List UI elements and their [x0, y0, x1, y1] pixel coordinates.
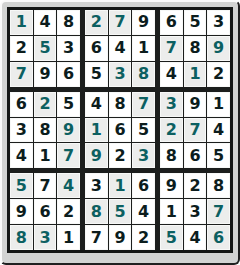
- cell-r3c8[interactable]: 1: [185, 63, 206, 86]
- cell-r3c9[interactable]: 2: [208, 63, 229, 86]
- cell-r5c8[interactable]: 7: [185, 119, 206, 142]
- cell-r3c2[interactable]: 9: [35, 63, 56, 86]
- cell-r2c4[interactable]: 6: [86, 37, 107, 60]
- cell-r6c3[interactable]: 7: [58, 144, 79, 167]
- cell-r6c2[interactable]: 1: [35, 144, 56, 167]
- cell-r5c1[interactable]: 3: [11, 119, 32, 142]
- cell-r3c3[interactable]: 6: [58, 63, 79, 86]
- cell-r8c7[interactable]: 1: [161, 200, 182, 223]
- cell-r9c8[interactable]: 4: [185, 226, 206, 249]
- cell-r8c1[interactable]: 9: [11, 200, 32, 223]
- cell-r2c1[interactable]: 2: [11, 37, 32, 60]
- cell-r7c2[interactable]: 7: [35, 174, 56, 197]
- cell-r1c1[interactable]: 1: [11, 11, 32, 34]
- cell-r3c7[interactable]: 4: [161, 63, 182, 86]
- cell-r2c2[interactable]: 5: [35, 37, 56, 60]
- cell-r6c8[interactable]: 6: [185, 144, 206, 167]
- cell-r4c4[interactable]: 4: [86, 93, 107, 116]
- cell-r4c8[interactable]: 9: [185, 93, 206, 116]
- cell-r8c4[interactable]: 8: [86, 200, 107, 223]
- cell-r1c5[interactable]: 7: [110, 11, 131, 34]
- cell-r2c9[interactable]: 9: [208, 37, 229, 60]
- cell-r6c6[interactable]: 3: [133, 144, 154, 167]
- cell-r1c9[interactable]: 3: [208, 11, 229, 34]
- cell-r3c1[interactable]: 7: [11, 63, 32, 86]
- cell-r4c2[interactable]: 2: [35, 93, 56, 116]
- cell-r9c2[interactable]: 3: [35, 226, 56, 249]
- cell-r7c3[interactable]: 4: [58, 174, 79, 197]
- cell-r6c1[interactable]: 4: [11, 144, 32, 167]
- cell-r1c6[interactable]: 9: [133, 11, 154, 34]
- cell-r7c4[interactable]: 3: [86, 174, 107, 197]
- cell-r5c3[interactable]: 9: [58, 119, 79, 142]
- cell-r5c7[interactable]: 2: [161, 119, 182, 142]
- cell-r7c9[interactable]: 8: [208, 174, 229, 197]
- cell-r2c8[interactable]: 8: [185, 37, 206, 60]
- cell-r9c3[interactable]: 1: [58, 226, 79, 249]
- cell-r7c1[interactable]: 5: [11, 174, 32, 197]
- cell-r6c7[interactable]: 8: [161, 144, 182, 167]
- cell-r8c2[interactable]: 6: [35, 200, 56, 223]
- cell-r5c9[interactable]: 4: [208, 119, 229, 142]
- cell-r9c5[interactable]: 9: [110, 226, 131, 249]
- cell-r4c9[interactable]: 1: [208, 93, 229, 116]
- cell-r8c8[interactable]: 3: [185, 200, 206, 223]
- cell-r1c7[interactable]: 6: [161, 11, 182, 34]
- cell-r5c2[interactable]: 8: [35, 119, 56, 142]
- cell-r7c8[interactable]: 2: [185, 174, 206, 197]
- cell-r8c6[interactable]: 4: [133, 200, 154, 223]
- cell-r4c1[interactable]: 6: [11, 93, 32, 116]
- cell-r5c4[interactable]: 1: [86, 119, 107, 142]
- cell-r3c4[interactable]: 5: [86, 63, 107, 86]
- sudoku-app-frame: 1482796532536417897965384126254873913891…: [0, 0, 240, 265]
- cell-r1c4[interactable]: 2: [86, 11, 107, 34]
- cell-r2c5[interactable]: 4: [110, 37, 131, 60]
- cell-r4c7[interactable]: 3: [161, 93, 182, 116]
- cell-r9c6[interactable]: 2: [133, 226, 154, 249]
- cell-r9c9[interactable]: 6: [208, 226, 229, 249]
- cell-r4c3[interactable]: 5: [58, 93, 79, 116]
- sudoku-board: 1482796532536417897965384126254873913891…: [7, 7, 233, 253]
- cell-r8c5[interactable]: 5: [110, 200, 131, 223]
- cell-r9c4[interactable]: 7: [86, 226, 107, 249]
- cell-r2c6[interactable]: 1: [133, 37, 154, 60]
- cell-r8c3[interactable]: 2: [58, 200, 79, 223]
- cell-r3c6[interactable]: 8: [133, 63, 154, 86]
- cell-r7c7[interactable]: 9: [161, 174, 182, 197]
- cell-r2c7[interactable]: 7: [161, 37, 182, 60]
- cell-r1c3[interactable]: 8: [58, 11, 79, 34]
- cell-r1c2[interactable]: 4: [35, 11, 56, 34]
- cell-r9c7[interactable]: 5: [161, 226, 182, 249]
- cell-r3c5[interactable]: 3: [110, 63, 131, 86]
- cell-r8c9[interactable]: 7: [208, 200, 229, 223]
- cell-r1c8[interactable]: 5: [185, 11, 206, 34]
- cell-r6c4[interactable]: 9: [86, 144, 107, 167]
- cell-r6c5[interactable]: 2: [110, 144, 131, 167]
- cell-r9c1[interactable]: 8: [11, 226, 32, 249]
- cell-r6c9[interactable]: 5: [208, 144, 229, 167]
- cell-r7c6[interactable]: 6: [133, 174, 154, 197]
- cell-r2c3[interactable]: 3: [58, 37, 79, 60]
- cell-r5c6[interactable]: 5: [133, 119, 154, 142]
- cell-r4c6[interactable]: 7: [133, 93, 154, 116]
- cell-r5c5[interactable]: 6: [110, 119, 131, 142]
- cell-r7c5[interactable]: 1: [110, 174, 131, 197]
- cell-r4c5[interactable]: 8: [110, 93, 131, 116]
